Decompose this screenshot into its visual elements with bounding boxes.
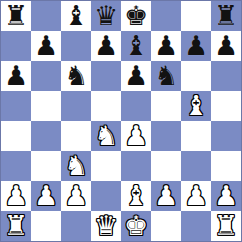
piece-black-pawn[interactable]: ♟ <box>94 31 118 61</box>
square-h4[interactable] <box>211 121 241 151</box>
square-f7[interactable]: ♟ <box>151 31 181 61</box>
square-b2[interactable]: ♟ <box>31 181 61 211</box>
square-g5[interactable]: ♝ <box>181 91 211 121</box>
square-c3[interactable]: ♞ <box>61 151 91 181</box>
piece-black-bishop[interactable]: ♝ <box>64 1 88 31</box>
square-e3[interactable] <box>121 151 151 181</box>
piece-white-rook[interactable]: ♜ <box>4 211 28 241</box>
square-a2[interactable]: ♟ <box>1 181 31 211</box>
piece-white-knight[interactable]: ♞ <box>94 121 118 151</box>
square-f5[interactable] <box>151 91 181 121</box>
square-f2[interactable]: ♟ <box>151 181 181 211</box>
piece-black-rook[interactable]: ♜ <box>214 1 238 31</box>
piece-black-pawn[interactable]: ♟ <box>154 31 178 61</box>
square-h1[interactable]: ♜ <box>211 211 241 241</box>
piece-white-pawn[interactable]: ♟ <box>4 181 28 211</box>
square-d4[interactable]: ♞ <box>91 121 121 151</box>
square-b5[interactable] <box>31 91 61 121</box>
square-f6[interactable]: ♞ <box>151 61 181 91</box>
square-e1[interactable]: ♚ <box>121 211 151 241</box>
square-d6[interactable] <box>91 61 121 91</box>
square-f8[interactable] <box>151 1 181 31</box>
square-h6[interactable] <box>211 61 241 91</box>
square-e4[interactable]: ♟ <box>121 121 151 151</box>
piece-white-bishop[interactable]: ♝ <box>124 181 148 211</box>
square-d1[interactable]: ♛ <box>91 211 121 241</box>
square-h8[interactable]: ♜ <box>211 1 241 31</box>
piece-black-knight[interactable]: ♞ <box>64 61 88 91</box>
square-c4[interactable] <box>61 121 91 151</box>
square-g8[interactable] <box>181 1 211 31</box>
square-a5[interactable] <box>1 91 31 121</box>
chess-board: ♜♝♛♚♜♟♟♝♟♟♟♟♞♟♞♝♞♟♞♟♟♟♝♟♟♟♜♛♚♜ <box>0 0 242 242</box>
piece-white-pawn[interactable]: ♟ <box>154 181 178 211</box>
piece-black-pawn[interactable]: ♟ <box>124 61 148 91</box>
square-b3[interactable] <box>31 151 61 181</box>
square-b8[interactable] <box>31 1 61 31</box>
piece-white-pawn[interactable]: ♟ <box>34 181 58 211</box>
square-d3[interactable] <box>91 151 121 181</box>
square-b4[interactable] <box>31 121 61 151</box>
square-c1[interactable] <box>61 211 91 241</box>
square-b6[interactable] <box>31 61 61 91</box>
piece-white-king[interactable]: ♚ <box>124 211 148 241</box>
piece-white-rook[interactable]: ♜ <box>214 211 238 241</box>
square-e5[interactable] <box>121 91 151 121</box>
square-g6[interactable] <box>181 61 211 91</box>
square-a1[interactable]: ♜ <box>1 211 31 241</box>
piece-black-knight[interactable]: ♞ <box>154 61 178 91</box>
square-g3[interactable] <box>181 151 211 181</box>
square-a3[interactable] <box>1 151 31 181</box>
square-h3[interactable] <box>211 151 241 181</box>
square-g7[interactable]: ♟ <box>181 31 211 61</box>
square-a7[interactable] <box>1 31 31 61</box>
square-g4[interactable] <box>181 121 211 151</box>
square-d2[interactable] <box>91 181 121 211</box>
square-e2[interactable]: ♝ <box>121 181 151 211</box>
square-g2[interactable]: ♟ <box>181 181 211 211</box>
square-b1[interactable] <box>31 211 61 241</box>
square-g1[interactable] <box>181 211 211 241</box>
piece-black-pawn[interactable]: ♟ <box>34 31 58 61</box>
square-f1[interactable] <box>151 211 181 241</box>
square-e6[interactable]: ♟ <box>121 61 151 91</box>
square-b7[interactable]: ♟ <box>31 31 61 61</box>
square-c5[interactable] <box>61 91 91 121</box>
square-c7[interactable] <box>61 31 91 61</box>
square-a4[interactable] <box>1 121 31 151</box>
square-d8[interactable]: ♛ <box>91 1 121 31</box>
square-h5[interactable] <box>211 91 241 121</box>
piece-black-pawn[interactable]: ♟ <box>184 31 208 61</box>
piece-white-pawn[interactable]: ♟ <box>124 121 148 151</box>
square-h2[interactable]: ♟ <box>211 181 241 211</box>
piece-black-pawn[interactable]: ♟ <box>4 61 28 91</box>
square-e8[interactable]: ♚ <box>121 1 151 31</box>
square-d5[interactable] <box>91 91 121 121</box>
piece-white-pawn[interactable]: ♟ <box>184 181 208 211</box>
square-c6[interactable]: ♞ <box>61 61 91 91</box>
chess-board-container: ♜♝♛♚♜♟♟♝♟♟♟♟♞♟♞♝♞♟♞♟♟♟♝♟♟♟♜♛♚♜ <box>0 0 242 242</box>
piece-black-bishop[interactable]: ♝ <box>124 31 148 61</box>
piece-white-pawn[interactable]: ♟ <box>214 181 238 211</box>
square-c8[interactable]: ♝ <box>61 1 91 31</box>
piece-black-rook[interactable]: ♜ <box>4 1 28 31</box>
piece-black-pawn[interactable]: ♟ <box>214 31 238 61</box>
square-a8[interactable]: ♜ <box>1 1 31 31</box>
square-c2[interactable]: ♟ <box>61 181 91 211</box>
piece-white-queen[interactable]: ♛ <box>94 211 118 241</box>
square-f4[interactable] <box>151 121 181 151</box>
piece-white-knight[interactable]: ♞ <box>64 151 88 181</box>
piece-black-queen[interactable]: ♛ <box>94 1 118 31</box>
piece-black-king[interactable]: ♚ <box>124 1 148 31</box>
square-e7[interactable]: ♝ <box>121 31 151 61</box>
square-f3[interactable] <box>151 151 181 181</box>
piece-white-pawn[interactable]: ♟ <box>64 181 88 211</box>
piece-white-bishop[interactable]: ♝ <box>184 91 208 121</box>
square-d7[interactable]: ♟ <box>91 31 121 61</box>
square-h7[interactable]: ♟ <box>211 31 241 61</box>
square-a6[interactable]: ♟ <box>1 61 31 91</box>
